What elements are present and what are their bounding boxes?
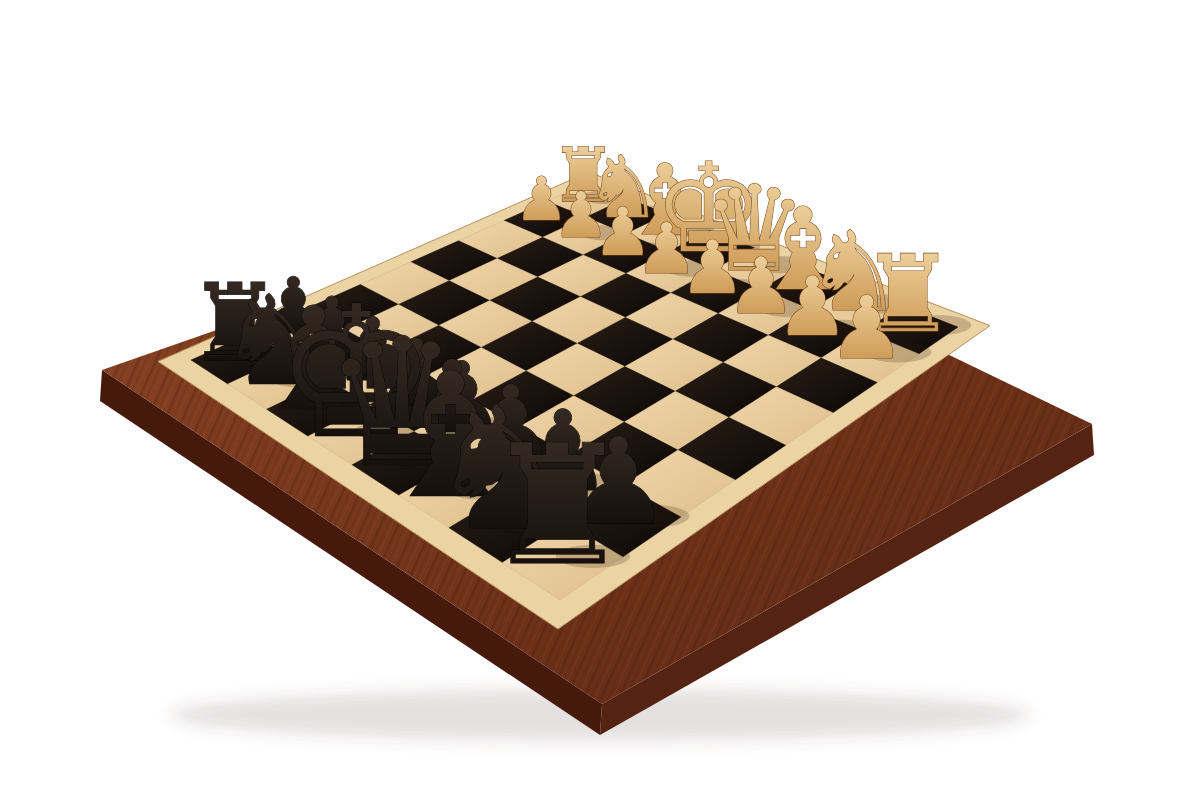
chess-board: ♜♞♟♝♟♚♟♛♟♝♟♞♟♜♟♟♟♟♜♟♞♟♝♟♚♟♛♟♝♟♞♜ <box>0 0 1200 800</box>
piece-white-pawn-a2[interactable]: ♟ <box>828 278 906 378</box>
piece-black-rook-a8[interactable]: ♜ <box>483 409 632 602</box>
chess-set-photo: ♜♞♟♝♟♚♟♛♟♝♟♞♟♜♟♟♟♟♜♟♞♟♝♟♚♟♛♟♝♟♞♜ <box>0 0 1200 800</box>
